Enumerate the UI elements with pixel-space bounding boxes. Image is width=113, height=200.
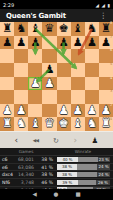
white-king: ♚ xyxy=(57,117,71,131)
status-bar: 2:29 ◢ ◢ ▮ xyxy=(0,0,113,9)
square-e1[interactable]: ♚ xyxy=(57,117,71,131)
rank-label: 4 xyxy=(110,77,112,81)
square-g7[interactable]: ♟ xyxy=(85,36,99,50)
black-bishop: ♝ xyxy=(28,22,42,36)
square-e4[interactable] xyxy=(57,77,71,91)
white-bishop: ♝ xyxy=(71,117,85,131)
white-win-segment: 38 % xyxy=(57,172,77,177)
games-count: 3,748 xyxy=(15,180,34,185)
reset-refresh-icon[interactable]: ↻ xyxy=(53,137,59,145)
white-knight: ♞ xyxy=(85,117,99,131)
move-label: dxc4 xyxy=(0,172,15,177)
black-win-segment: 24 % xyxy=(97,172,110,177)
square-g6[interactable] xyxy=(85,49,99,63)
white-pawn: ♟ xyxy=(0,104,14,118)
black-pawn: ♟ xyxy=(71,36,85,50)
white-win-segment: 38 % xyxy=(57,164,77,169)
square-h5[interactable]: 5 xyxy=(99,63,113,77)
games-count: 14,340 xyxy=(15,172,34,177)
draw-segment xyxy=(78,157,98,162)
square-c2[interactable] xyxy=(28,104,42,118)
square-g1[interactable]: ♞ xyxy=(85,117,99,131)
black-knight: ♞ xyxy=(14,22,28,36)
black-pawn: ♟ xyxy=(85,36,99,50)
white-win-segment: 39 % xyxy=(57,180,78,185)
square-f4[interactable] xyxy=(71,77,85,91)
square-h4[interactable]: 4 xyxy=(99,77,113,91)
nav-back-icon[interactable]: ◀ xyxy=(32,192,36,198)
square-d1[interactable]: ♛ xyxy=(42,117,56,131)
black-pawn: ♟ xyxy=(57,36,71,50)
battery-icon: ▮ xyxy=(108,3,110,8)
square-c3[interactable] xyxy=(28,90,42,104)
square-c1[interactable]: ♝ xyxy=(28,117,42,131)
percent-value: 38 % xyxy=(34,157,53,162)
square-h6[interactable]: 6 xyxy=(99,49,113,63)
square-b4[interactable] xyxy=(14,77,28,91)
square-f7[interactable]: ♟ xyxy=(71,36,85,50)
square-h3[interactable]: 3 xyxy=(99,90,113,104)
square-h7[interactable]: ♟7 xyxy=(99,36,113,50)
square-b3[interactable] xyxy=(14,90,28,104)
white-knight: ♞ xyxy=(14,117,28,131)
square-e7[interactable]: ♟ xyxy=(57,36,71,50)
square-g3[interactable] xyxy=(85,90,99,104)
percent-value: 38 % xyxy=(34,172,53,177)
rank-label: 5 xyxy=(110,63,112,67)
nav-recents-icon[interactable]: ■ xyxy=(75,192,80,198)
white-pawn: ♟ xyxy=(42,77,56,91)
rank-label: 6 xyxy=(110,49,112,53)
square-g2[interactable]: ♟ xyxy=(85,104,99,118)
black-queen: ♛ xyxy=(42,22,56,36)
square-b5[interactable] xyxy=(14,63,28,77)
square-a2[interactable]: ♟ xyxy=(0,104,14,118)
nav-home-icon[interactable]: ● xyxy=(54,192,59,198)
games-count: 63,086 xyxy=(15,165,34,170)
move-label: Nf6 xyxy=(0,180,15,185)
square-b2[interactable]: ♟ xyxy=(14,104,28,118)
rank-label: 1 xyxy=(110,118,112,122)
square-e2[interactable]: ♟ xyxy=(57,104,71,118)
winrate-bar: 39 %26 % xyxy=(57,180,110,185)
percent-value: 46 % xyxy=(34,180,53,185)
games-count: 68,001 xyxy=(15,157,34,162)
status-time: 2:29 xyxy=(3,2,14,8)
games-header: Games xyxy=(8,149,44,154)
square-b8[interactable]: ♞ xyxy=(14,22,28,36)
opening-explorer: Games Winrate c668,00138 %40 %23 %e663,0… xyxy=(0,148,113,189)
square-e8[interactable]: ♚ xyxy=(57,22,71,36)
overflow-menu-icon[interactable]: ⋮ xyxy=(100,11,108,20)
square-d6[interactable] xyxy=(42,49,56,63)
explorer-row-Nf6[interactable]: Nf63,74846 %39 %26 % xyxy=(0,179,113,187)
black-win-segment: 23 % xyxy=(98,157,110,162)
move-toolbar: ‹ ◀◀ ↻ › ♟ xyxy=(0,131,113,149)
square-a8[interactable]: ♜ xyxy=(0,22,14,36)
square-g5[interactable] xyxy=(85,63,99,77)
square-d8[interactable]: ♛ xyxy=(42,22,56,36)
square-a7[interactable]: ♟ xyxy=(0,36,14,50)
explorer-header: Games Winrate xyxy=(0,148,113,156)
square-h1[interactable]: ♜1 xyxy=(99,117,113,131)
move-label: c6 xyxy=(0,157,15,162)
square-d7[interactable] xyxy=(42,36,56,50)
square-f1[interactable]: ♝ xyxy=(71,117,85,131)
chess-board: ♜♞♝♛♚♝♞♜8♟♟♟♟♟♟♟76♟5♟♟43♟♟♟♟♟♟2♜♞♝♛♚♝♞♜1 xyxy=(0,22,113,131)
square-f2[interactable]: ♟ xyxy=(71,104,85,118)
square-c7[interactable]: ♟ xyxy=(28,36,42,50)
black-bishop: ♝ xyxy=(71,22,85,36)
square-f6[interactable] xyxy=(71,49,85,63)
explorer-row-dxc4[interactable]: dxc414,34038 %38 %24 % xyxy=(0,171,113,179)
white-bishop: ♝ xyxy=(28,117,42,131)
black-knight: ♞ xyxy=(85,22,99,36)
android-nav-bar: ◀ ● ■ xyxy=(0,189,113,200)
rank-label: 2 xyxy=(110,104,112,108)
white-pawn: ♟ xyxy=(28,77,42,91)
white-pawn: ♟ xyxy=(14,104,28,118)
square-e6[interactable] xyxy=(57,49,71,63)
square-h2[interactable]: ♟2 xyxy=(99,104,113,118)
rank-label: 3 xyxy=(110,90,112,94)
square-d3[interactable] xyxy=(42,90,56,104)
square-c8[interactable]: ♝ xyxy=(28,22,42,36)
status-icons: ◢ ◢ ▮ xyxy=(94,2,110,8)
winrate-header: Winrate xyxy=(57,149,109,154)
square-c4[interactable]: ♟ xyxy=(28,77,42,91)
square-d5[interactable]: ♟ xyxy=(42,63,56,77)
black-pawn: ♟ xyxy=(28,36,42,50)
winrate-bar: 38 %24 % xyxy=(57,172,110,177)
square-a3[interactable] xyxy=(0,90,14,104)
square-f8[interactable]: ♝ xyxy=(71,22,85,36)
square-g8[interactable]: ♞ xyxy=(85,22,99,36)
wifi-icon: ◢ xyxy=(95,3,98,8)
explorer-row-e6[interactable]: e663,08641 %38 %24 % xyxy=(0,164,113,172)
black-win-segment: 26 % xyxy=(96,180,110,185)
square-a4[interactable] xyxy=(0,77,14,91)
rank-label: 7 xyxy=(110,36,112,40)
square-c6[interactable] xyxy=(28,49,42,63)
square-d2[interactable] xyxy=(42,104,56,118)
forward-move-button[interactable]: › xyxy=(73,136,77,145)
pawn-side-icon[interactable]: ♟ xyxy=(92,136,99,145)
draw-segment xyxy=(77,172,97,177)
square-e5[interactable] xyxy=(57,63,71,77)
white-rook: ♜ xyxy=(0,117,14,131)
draw-segment xyxy=(78,180,97,185)
percent-value: 41 % xyxy=(34,165,53,170)
square-f5[interactable] xyxy=(71,63,85,77)
black-pawn: ♟ xyxy=(14,36,28,50)
winrate-bar: 40 %23 % xyxy=(57,157,110,162)
square-d4[interactable]: ♟ xyxy=(42,77,56,91)
white-pawn: ♟ xyxy=(85,104,99,118)
square-e3[interactable] xyxy=(57,90,71,104)
square-a6[interactable] xyxy=(0,49,14,63)
square-g4[interactable] xyxy=(85,77,99,91)
square-b7[interactable]: ♟ xyxy=(14,36,28,50)
winrate-bar: 38 %24 % xyxy=(57,164,110,169)
move-label: e6 xyxy=(0,165,15,170)
black-king: ♚ xyxy=(57,22,71,36)
square-a5[interactable] xyxy=(0,63,14,77)
back-move-button[interactable]: ‹ xyxy=(15,136,19,145)
explorer-row-c6[interactable]: c668,00138 %40 %23 % xyxy=(0,156,113,164)
square-c5[interactable] xyxy=(28,63,42,77)
signal-icon: ◢ xyxy=(101,3,104,8)
black-pawn: ♟ xyxy=(0,36,14,50)
square-a1[interactable]: ♜ xyxy=(0,117,14,131)
page-title: Queen's Gambit xyxy=(6,12,66,20)
white-win-segment: 40 % xyxy=(57,157,78,162)
square-f3[interactable] xyxy=(71,90,85,104)
white-queen: ♛ xyxy=(42,117,56,131)
white-pawn: ♟ xyxy=(57,104,71,118)
rank-label: 8 xyxy=(110,22,112,26)
black-rook: ♜ xyxy=(0,22,14,36)
white-pawn: ♟ xyxy=(71,104,85,118)
black-win-segment: 24 % xyxy=(97,164,110,169)
square-b1[interactable]: ♞ xyxy=(14,117,28,131)
square-h8[interactable]: ♜8 xyxy=(99,22,113,36)
rewind-icon[interactable]: ◀◀ xyxy=(33,138,38,143)
draw-segment xyxy=(77,164,97,169)
square-b6[interactable] xyxy=(14,49,28,63)
black-pawn: ♟ xyxy=(42,63,56,77)
